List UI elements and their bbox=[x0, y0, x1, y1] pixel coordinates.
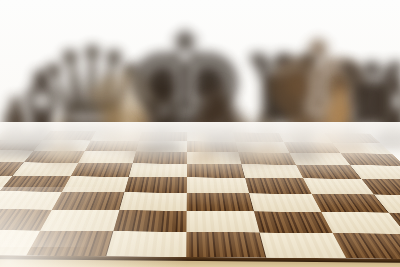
chess-photo-scene: ♟♝♟♛♛♟♝♚♟♞♟♟♜♟♚♟♜♝ bbox=[0, 0, 400, 267]
light-streak bbox=[0, 187, 180, 247]
